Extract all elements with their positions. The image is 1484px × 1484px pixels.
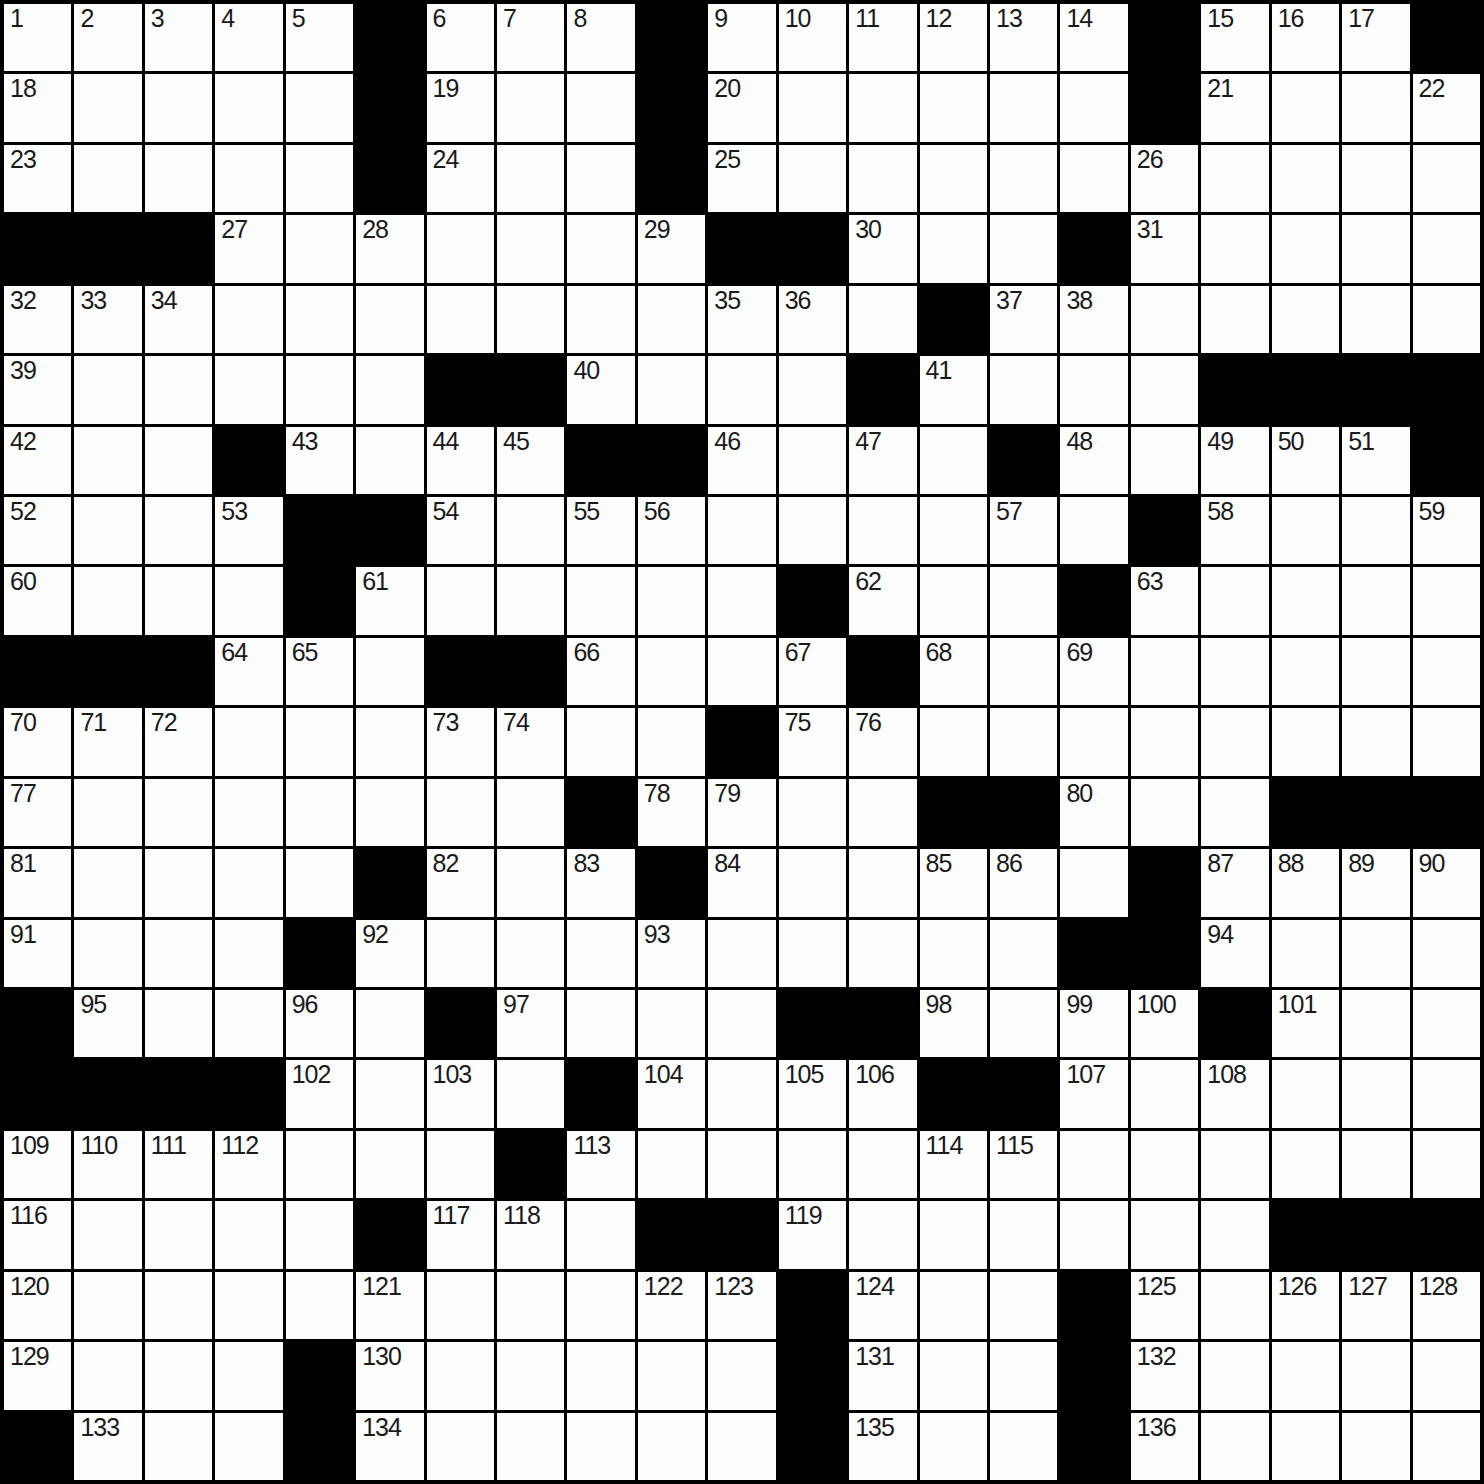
cell-r3c12[interactable] xyxy=(779,145,846,212)
cell-r19c17[interactable]: 125 xyxy=(1131,1272,1198,1339)
cell-r20c2[interactable] xyxy=(74,1342,141,1409)
cell-r1c12[interactable]: 10 xyxy=(779,4,846,71)
cell-r20c21[interactable] xyxy=(1413,1342,1480,1409)
cell-r2c4[interactable] xyxy=(215,74,282,141)
cell-r6c17[interactable] xyxy=(1131,356,1198,423)
cell-r10c10[interactable] xyxy=(638,638,705,705)
cell-r9c19[interactable] xyxy=(1272,567,1339,634)
cell-r16c21[interactable] xyxy=(1413,1060,1480,1127)
cell-r10c17[interactable] xyxy=(1131,638,1198,705)
cell-r6c12[interactable] xyxy=(779,356,846,423)
cell-r21c14[interactable] xyxy=(920,1413,987,1480)
cell-r11c9[interactable] xyxy=(567,708,634,775)
cell-r18c9[interactable] xyxy=(567,1201,634,1268)
cell-r10c19[interactable] xyxy=(1272,638,1339,705)
cell-r13c4[interactable] xyxy=(215,849,282,916)
cell-r12c13[interactable] xyxy=(849,779,916,846)
cell-r14c20[interactable] xyxy=(1342,920,1409,987)
cell-r8c14[interactable] xyxy=(920,497,987,564)
cell-r9c10[interactable] xyxy=(638,567,705,634)
cell-r12c7[interactable] xyxy=(427,779,494,846)
cell-r11c19[interactable] xyxy=(1272,708,1339,775)
cell-r4c10[interactable]: 29 xyxy=(638,215,705,282)
cell-r19c3[interactable] xyxy=(145,1272,212,1339)
cell-r18c14[interactable] xyxy=(920,1201,987,1268)
cell-r10c14[interactable]: 68 xyxy=(920,638,987,705)
cell-r6c6[interactable] xyxy=(356,356,423,423)
cell-r14c21[interactable] xyxy=(1413,920,1480,987)
cell-r15c10[interactable] xyxy=(638,990,705,1057)
cell-r5c9[interactable] xyxy=(567,286,634,353)
cell-r5c7[interactable] xyxy=(427,286,494,353)
cell-r12c2[interactable] xyxy=(74,779,141,846)
cell-r4c18[interactable] xyxy=(1201,215,1268,282)
cell-r21c9[interactable] xyxy=(567,1413,634,1480)
cell-r8c18[interactable]: 58 xyxy=(1201,497,1268,564)
cell-r2c14[interactable] xyxy=(920,74,987,141)
cell-r7c12[interactable] xyxy=(779,427,846,494)
cell-r1c14[interactable]: 12 xyxy=(920,4,987,71)
cell-r17c13[interactable] xyxy=(849,1131,916,1198)
cell-r21c8[interactable] xyxy=(497,1413,564,1480)
cell-r19c4[interactable] xyxy=(215,1272,282,1339)
cell-r11c16[interactable] xyxy=(1060,708,1127,775)
cell-r6c16[interactable] xyxy=(1060,356,1127,423)
cell-r15c16[interactable]: 99 xyxy=(1060,990,1127,1057)
cell-r3c19[interactable] xyxy=(1272,145,1339,212)
cell-r19c11[interactable]: 123 xyxy=(708,1272,775,1339)
cell-r16c18[interactable]: 108 xyxy=(1201,1060,1268,1127)
cell-r20c3[interactable] xyxy=(145,1342,212,1409)
cell-r17c2[interactable]: 110 xyxy=(74,1131,141,1198)
cell-r14c1[interactable]: 91 xyxy=(4,920,71,987)
cell-r9c21[interactable] xyxy=(1413,567,1480,634)
cell-r1c11[interactable]: 9 xyxy=(708,4,775,71)
cell-r7c6[interactable] xyxy=(356,427,423,494)
cell-r14c13[interactable] xyxy=(849,920,916,987)
cell-r9c14[interactable] xyxy=(920,567,987,634)
cell-r13c1[interactable]: 81 xyxy=(4,849,71,916)
cell-r5c18[interactable] xyxy=(1201,286,1268,353)
cell-r18c2[interactable] xyxy=(74,1201,141,1268)
cell-r8c3[interactable] xyxy=(145,497,212,564)
cell-r7c18[interactable]: 49 xyxy=(1201,427,1268,494)
cell-r3c9[interactable] xyxy=(567,145,634,212)
cell-r15c11[interactable] xyxy=(708,990,775,1057)
cell-r14c18[interactable]: 94 xyxy=(1201,920,1268,987)
cell-r7c17[interactable] xyxy=(1131,427,1198,494)
cell-r3c20[interactable] xyxy=(1342,145,1409,212)
cell-r6c4[interactable] xyxy=(215,356,282,423)
cell-r11c3[interactable]: 72 xyxy=(145,708,212,775)
cell-r2c13[interactable] xyxy=(849,74,916,141)
cell-r7c14[interactable] xyxy=(920,427,987,494)
cell-r10c9[interactable]: 66 xyxy=(567,638,634,705)
cell-r4c6[interactable]: 28 xyxy=(356,215,423,282)
cell-r1c7[interactable]: 6 xyxy=(427,4,494,71)
cell-r8c8[interactable] xyxy=(497,497,564,564)
cell-r21c17[interactable]: 136 xyxy=(1131,1413,1198,1480)
cell-r2c18[interactable]: 21 xyxy=(1201,74,1268,141)
cell-r17c21[interactable] xyxy=(1413,1131,1480,1198)
cell-r2c2[interactable] xyxy=(74,74,141,141)
cell-r9c15[interactable] xyxy=(990,567,1057,634)
cell-r11c8[interactable]: 74 xyxy=(497,708,564,775)
cell-r20c13[interactable]: 131 xyxy=(849,1342,916,1409)
cell-r2c3[interactable] xyxy=(145,74,212,141)
cell-r20c7[interactable] xyxy=(427,1342,494,1409)
cell-r19c13[interactable]: 124 xyxy=(849,1272,916,1339)
cell-r11c20[interactable] xyxy=(1342,708,1409,775)
cell-r2c12[interactable] xyxy=(779,74,846,141)
cell-r17c19[interactable] xyxy=(1272,1131,1339,1198)
cell-r17c15[interactable]: 115 xyxy=(990,1131,1057,1198)
cell-r17c11[interactable] xyxy=(708,1131,775,1198)
cell-r3c5[interactable] xyxy=(286,145,353,212)
cell-r19c21[interactable]: 128 xyxy=(1413,1272,1480,1339)
cell-r7c7[interactable]: 44 xyxy=(427,427,494,494)
cell-r13c7[interactable]: 82 xyxy=(427,849,494,916)
cell-r17c6[interactable] xyxy=(356,1131,423,1198)
cell-r1c3[interactable]: 3 xyxy=(145,4,212,71)
cell-r18c7[interactable]: 117 xyxy=(427,1201,494,1268)
cell-r19c20[interactable]: 127 xyxy=(1342,1272,1409,1339)
cell-r19c15[interactable] xyxy=(990,1272,1057,1339)
cell-r1c9[interactable]: 8 xyxy=(567,4,634,71)
cell-r3c7[interactable]: 24 xyxy=(427,145,494,212)
cell-r15c8[interactable]: 97 xyxy=(497,990,564,1057)
cell-r16c19[interactable] xyxy=(1272,1060,1339,1127)
cell-r9c7[interactable] xyxy=(427,567,494,634)
cell-r10c11[interactable] xyxy=(708,638,775,705)
cell-r8c7[interactable]: 54 xyxy=(427,497,494,564)
cell-r2c1[interactable]: 18 xyxy=(4,74,71,141)
cell-r14c10[interactable]: 93 xyxy=(638,920,705,987)
cell-r18c5[interactable] xyxy=(286,1201,353,1268)
cell-r6c10[interactable] xyxy=(638,356,705,423)
cell-r12c1[interactable]: 77 xyxy=(4,779,71,846)
cell-r12c11[interactable]: 79 xyxy=(708,779,775,846)
cell-r4c7[interactable] xyxy=(427,215,494,282)
cell-r4c8[interactable] xyxy=(497,215,564,282)
cell-r8c15[interactable]: 57 xyxy=(990,497,1057,564)
cell-r6c14[interactable]: 41 xyxy=(920,356,987,423)
cell-r19c8[interactable] xyxy=(497,1272,564,1339)
cell-r19c14[interactable] xyxy=(920,1272,987,1339)
cell-r6c5[interactable] xyxy=(286,356,353,423)
cell-r8c10[interactable]: 56 xyxy=(638,497,705,564)
cell-r14c4[interactable] xyxy=(215,920,282,987)
cell-r3c4[interactable] xyxy=(215,145,282,212)
cell-r6c9[interactable]: 40 xyxy=(567,356,634,423)
cell-r16c7[interactable]: 103 xyxy=(427,1060,494,1127)
cell-r2c15[interactable] xyxy=(990,74,1057,141)
cell-r11c2[interactable]: 71 xyxy=(74,708,141,775)
cell-r13c5[interactable] xyxy=(286,849,353,916)
cell-r13c15[interactable]: 86 xyxy=(990,849,1057,916)
cell-r2c20[interactable] xyxy=(1342,74,1409,141)
cell-r9c20[interactable] xyxy=(1342,567,1409,634)
cell-r20c1[interactable]: 129 xyxy=(4,1342,71,1409)
cell-r14c15[interactable] xyxy=(990,920,1057,987)
cell-r7c5[interactable]: 43 xyxy=(286,427,353,494)
cell-r17c14[interactable]: 114 xyxy=(920,1131,987,1198)
cell-r13c8[interactable] xyxy=(497,849,564,916)
cell-r1c5[interactable]: 5 xyxy=(286,4,353,71)
cell-r7c16[interactable]: 48 xyxy=(1060,427,1127,494)
cell-r7c3[interactable] xyxy=(145,427,212,494)
cell-r17c1[interactable]: 109 xyxy=(4,1131,71,1198)
cell-r2c8[interactable] xyxy=(497,74,564,141)
cell-r20c10[interactable] xyxy=(638,1342,705,1409)
cell-r18c3[interactable] xyxy=(145,1201,212,1268)
cell-r6c2[interactable] xyxy=(74,356,141,423)
cell-r18c16[interactable] xyxy=(1060,1201,1127,1268)
cell-r21c18[interactable] xyxy=(1201,1413,1268,1480)
cell-r12c3[interactable] xyxy=(145,779,212,846)
cell-r8c19[interactable] xyxy=(1272,497,1339,564)
cell-r12c17[interactable] xyxy=(1131,779,1198,846)
cell-r21c11[interactable] xyxy=(708,1413,775,1480)
cell-r7c11[interactable]: 46 xyxy=(708,427,775,494)
cell-r13c19[interactable]: 88 xyxy=(1272,849,1339,916)
cell-r5c4[interactable] xyxy=(215,286,282,353)
cell-r20c14[interactable] xyxy=(920,1342,987,1409)
cell-r16c12[interactable]: 105 xyxy=(779,1060,846,1127)
cell-r20c8[interactable] xyxy=(497,1342,564,1409)
cell-r20c18[interactable] xyxy=(1201,1342,1268,1409)
cell-r11c7[interactable]: 73 xyxy=(427,708,494,775)
cell-r4c15[interactable] xyxy=(990,215,1057,282)
cell-r15c20[interactable] xyxy=(1342,990,1409,1057)
cell-r3c14[interactable] xyxy=(920,145,987,212)
cell-r1c13[interactable]: 11 xyxy=(849,4,916,71)
cell-r4c5[interactable] xyxy=(286,215,353,282)
cell-r21c6[interactable]: 134 xyxy=(356,1413,423,1480)
cell-r5c3[interactable]: 34 xyxy=(145,286,212,353)
cell-r14c6[interactable]: 92 xyxy=(356,920,423,987)
cell-r13c21[interactable]: 90 xyxy=(1413,849,1480,916)
cell-r11c14[interactable] xyxy=(920,708,987,775)
cell-r6c1[interactable]: 39 xyxy=(4,356,71,423)
cell-r5c11[interactable]: 35 xyxy=(708,286,775,353)
cell-r5c5[interactable] xyxy=(286,286,353,353)
cell-r8c12[interactable] xyxy=(779,497,846,564)
cell-r1c1[interactable]: 1 xyxy=(4,4,71,71)
cell-r15c17[interactable]: 100 xyxy=(1131,990,1198,1057)
cell-r1c4[interactable]: 4 xyxy=(215,4,282,71)
cell-r16c13[interactable]: 106 xyxy=(849,1060,916,1127)
cell-r5c21[interactable] xyxy=(1413,286,1480,353)
cell-r3c17[interactable]: 26 xyxy=(1131,145,1198,212)
cell-r14c12[interactable] xyxy=(779,920,846,987)
cell-r5c13[interactable] xyxy=(849,286,916,353)
cell-r11c1[interactable]: 70 xyxy=(4,708,71,775)
cell-r13c11[interactable]: 84 xyxy=(708,849,775,916)
cell-r21c7[interactable] xyxy=(427,1413,494,1480)
cell-r7c8[interactable]: 45 xyxy=(497,427,564,494)
cell-r3c21[interactable] xyxy=(1413,145,1480,212)
cell-r1c20[interactable]: 17 xyxy=(1342,4,1409,71)
cell-r20c15[interactable] xyxy=(990,1342,1057,1409)
cell-r9c18[interactable] xyxy=(1201,567,1268,634)
cell-r19c18[interactable] xyxy=(1201,1272,1268,1339)
cell-r20c11[interactable] xyxy=(708,1342,775,1409)
cell-r13c12[interactable] xyxy=(779,849,846,916)
cell-r12c16[interactable]: 80 xyxy=(1060,779,1127,846)
cell-r15c6[interactable] xyxy=(356,990,423,1057)
cell-r4c4[interactable]: 27 xyxy=(215,215,282,282)
cell-r16c20[interactable] xyxy=(1342,1060,1409,1127)
cell-r17c7[interactable] xyxy=(427,1131,494,1198)
cell-r14c19[interactable] xyxy=(1272,920,1339,987)
cell-r4c13[interactable]: 30 xyxy=(849,215,916,282)
cell-r15c4[interactable] xyxy=(215,990,282,1057)
cell-r14c3[interactable] xyxy=(145,920,212,987)
cell-r14c9[interactable] xyxy=(567,920,634,987)
cell-r11c12[interactable]: 75 xyxy=(779,708,846,775)
cell-r17c5[interactable] xyxy=(286,1131,353,1198)
cell-r4c19[interactable] xyxy=(1272,215,1339,282)
cell-r15c14[interactable]: 98 xyxy=(920,990,987,1057)
cell-r17c4[interactable]: 112 xyxy=(215,1131,282,1198)
cell-r10c12[interactable]: 67 xyxy=(779,638,846,705)
cell-r14c14[interactable] xyxy=(920,920,987,987)
cell-r5c16[interactable]: 38 xyxy=(1060,286,1127,353)
cell-r17c17[interactable] xyxy=(1131,1131,1198,1198)
cell-r19c1[interactable]: 120 xyxy=(4,1272,71,1339)
cell-r19c2[interactable] xyxy=(74,1272,141,1339)
cell-r2c11[interactable]: 20 xyxy=(708,74,775,141)
cell-r8c20[interactable] xyxy=(1342,497,1409,564)
cell-r15c15[interactable] xyxy=(990,990,1057,1057)
cell-r13c14[interactable]: 85 xyxy=(920,849,987,916)
cell-r10c15[interactable] xyxy=(990,638,1057,705)
cell-r8c1[interactable]: 52 xyxy=(4,497,71,564)
cell-r20c17[interactable]: 132 xyxy=(1131,1342,1198,1409)
cell-r2c19[interactable] xyxy=(1272,74,1339,141)
cell-r21c2[interactable]: 133 xyxy=(74,1413,141,1480)
cell-r19c10[interactable]: 122 xyxy=(638,1272,705,1339)
cell-r8c11[interactable] xyxy=(708,497,775,564)
cell-r11c5[interactable] xyxy=(286,708,353,775)
cell-r17c9[interactable]: 113 xyxy=(567,1131,634,1198)
cell-r10c16[interactable]: 69 xyxy=(1060,638,1127,705)
cell-r19c9[interactable] xyxy=(567,1272,634,1339)
cell-r7c19[interactable]: 50 xyxy=(1272,427,1339,494)
cell-r3c8[interactable] xyxy=(497,145,564,212)
cell-r3c1[interactable]: 23 xyxy=(4,145,71,212)
cell-r9c6[interactable]: 61 xyxy=(356,567,423,634)
cell-r8c13[interactable] xyxy=(849,497,916,564)
cell-r1c2[interactable]: 2 xyxy=(74,4,141,71)
cell-r21c13[interactable]: 135 xyxy=(849,1413,916,1480)
cell-r2c5[interactable] xyxy=(286,74,353,141)
cell-r6c11[interactable] xyxy=(708,356,775,423)
cell-r19c19[interactable]: 126 xyxy=(1272,1272,1339,1339)
cell-r8c9[interactable]: 55 xyxy=(567,497,634,564)
cell-r9c3[interactable] xyxy=(145,567,212,634)
cell-r3c15[interactable] xyxy=(990,145,1057,212)
cell-r10c4[interactable]: 64 xyxy=(215,638,282,705)
cell-r14c7[interactable] xyxy=(427,920,494,987)
cell-r11c21[interactable] xyxy=(1413,708,1480,775)
cell-r1c15[interactable]: 13 xyxy=(990,4,1057,71)
cell-r17c3[interactable]: 111 xyxy=(145,1131,212,1198)
cell-r8c4[interactable]: 53 xyxy=(215,497,282,564)
cell-r9c17[interactable]: 63 xyxy=(1131,567,1198,634)
cell-r5c6[interactable] xyxy=(356,286,423,353)
cell-r5c1[interactable]: 32 xyxy=(4,286,71,353)
cell-r1c18[interactable]: 15 xyxy=(1201,4,1268,71)
cell-r20c20[interactable] xyxy=(1342,1342,1409,1409)
cell-r18c13[interactable] xyxy=(849,1201,916,1268)
cell-r16c8[interactable] xyxy=(497,1060,564,1127)
cell-r11c6[interactable] xyxy=(356,708,423,775)
cell-r1c8[interactable]: 7 xyxy=(497,4,564,71)
cell-r9c2[interactable] xyxy=(74,567,141,634)
cell-r3c11[interactable]: 25 xyxy=(708,145,775,212)
cell-r16c17[interactable] xyxy=(1131,1060,1198,1127)
cell-r9c9[interactable] xyxy=(567,567,634,634)
cell-r2c16[interactable] xyxy=(1060,74,1127,141)
cell-r21c20[interactable] xyxy=(1342,1413,1409,1480)
cell-r8c2[interactable] xyxy=(74,497,141,564)
cell-r13c16[interactable] xyxy=(1060,849,1127,916)
cell-r8c16[interactable] xyxy=(1060,497,1127,564)
cell-r12c18[interactable] xyxy=(1201,779,1268,846)
cell-r5c2[interactable]: 33 xyxy=(74,286,141,353)
cell-r5c20[interactable] xyxy=(1342,286,1409,353)
cell-r2c9[interactable] xyxy=(567,74,634,141)
cell-r9c13[interactable]: 62 xyxy=(849,567,916,634)
cell-r18c12[interactable]: 119 xyxy=(779,1201,846,1268)
cell-r17c10[interactable] xyxy=(638,1131,705,1198)
cell-r11c4[interactable] xyxy=(215,708,282,775)
cell-r10c5[interactable]: 65 xyxy=(286,638,353,705)
cell-r15c5[interactable]: 96 xyxy=(286,990,353,1057)
cell-r3c13[interactable] xyxy=(849,145,916,212)
cell-r3c3[interactable] xyxy=(145,145,212,212)
cell-r18c17[interactable] xyxy=(1131,1201,1198,1268)
cell-r20c19[interactable] xyxy=(1272,1342,1339,1409)
cell-r18c18[interactable] xyxy=(1201,1201,1268,1268)
cell-r8c21[interactable]: 59 xyxy=(1413,497,1480,564)
cell-r13c20[interactable]: 89 xyxy=(1342,849,1409,916)
cell-r7c2[interactable] xyxy=(74,427,141,494)
cell-r17c16[interactable] xyxy=(1060,1131,1127,1198)
cell-r21c4[interactable] xyxy=(215,1413,282,1480)
cell-r18c8[interactable]: 118 xyxy=(497,1201,564,1268)
cell-r15c9[interactable] xyxy=(567,990,634,1057)
cell-r3c2[interactable] xyxy=(74,145,141,212)
cell-r6c15[interactable] xyxy=(990,356,1057,423)
cell-r17c18[interactable] xyxy=(1201,1131,1268,1198)
cell-r21c21[interactable] xyxy=(1413,1413,1480,1480)
cell-r20c6[interactable]: 130 xyxy=(356,1342,423,1409)
cell-r16c10[interactable]: 104 xyxy=(638,1060,705,1127)
cell-r15c21[interactable] xyxy=(1413,990,1480,1057)
cell-r4c20[interactable] xyxy=(1342,215,1409,282)
cell-r15c3[interactable] xyxy=(145,990,212,1057)
cell-r5c19[interactable] xyxy=(1272,286,1339,353)
cell-r5c12[interactable]: 36 xyxy=(779,286,846,353)
cell-r17c12[interactable] xyxy=(779,1131,846,1198)
cell-r12c4[interactable] xyxy=(215,779,282,846)
cell-r6c3[interactable] xyxy=(145,356,212,423)
cell-r10c20[interactable] xyxy=(1342,638,1409,705)
cell-r19c5[interactable] xyxy=(286,1272,353,1339)
